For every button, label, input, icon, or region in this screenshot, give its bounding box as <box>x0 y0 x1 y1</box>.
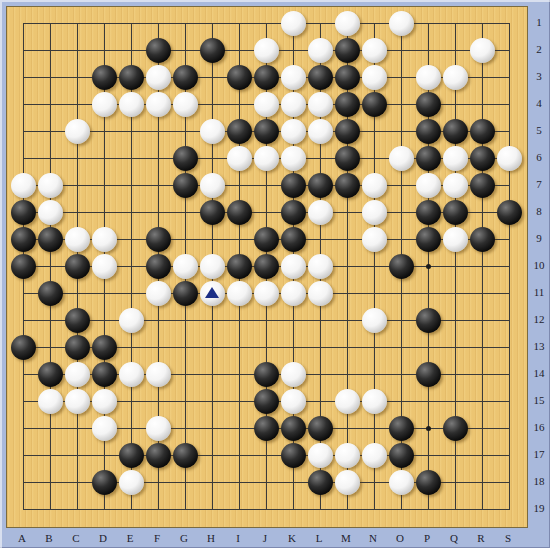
intersection-F1[interactable] <box>145 10 172 37</box>
intersection-E14[interactable] <box>118 361 145 388</box>
intersection-K5[interactable] <box>280 118 307 145</box>
intersection-J8[interactable] <box>253 199 280 226</box>
intersection-K19[interactable] <box>280 496 307 523</box>
intersection-O1[interactable] <box>388 10 415 37</box>
intersection-L10[interactable] <box>307 253 334 280</box>
intersection-H15[interactable] <box>199 388 226 415</box>
intersection-J2[interactable] <box>253 37 280 64</box>
intersection-C2[interactable] <box>64 37 91 64</box>
intersection-E15[interactable] <box>118 388 145 415</box>
intersection-N15[interactable] <box>361 388 388 415</box>
intersection-J7[interactable] <box>253 172 280 199</box>
intersection-L18[interactable] <box>307 469 334 496</box>
intersection-C16[interactable] <box>64 415 91 442</box>
intersection-R11[interactable] <box>469 280 496 307</box>
intersection-H18[interactable] <box>199 469 226 496</box>
intersection-O10[interactable] <box>388 253 415 280</box>
intersection-S19[interactable] <box>496 496 523 523</box>
intersection-R17[interactable] <box>469 442 496 469</box>
intersection-F13[interactable] <box>145 334 172 361</box>
intersection-P16[interactable] <box>415 415 442 442</box>
intersection-M1[interactable] <box>334 10 361 37</box>
intersection-J4[interactable] <box>253 91 280 118</box>
intersection-C8[interactable] <box>64 199 91 226</box>
intersection-L1[interactable] <box>307 10 334 37</box>
intersection-G3[interactable] <box>172 64 199 91</box>
intersection-N19[interactable] <box>361 496 388 523</box>
intersection-F5[interactable] <box>145 118 172 145</box>
intersection-F4[interactable] <box>145 91 172 118</box>
intersection-E3[interactable] <box>118 64 145 91</box>
intersection-K8[interactable] <box>280 199 307 226</box>
intersection-M7[interactable] <box>334 172 361 199</box>
intersection-E5[interactable] <box>118 118 145 145</box>
intersection-H6[interactable] <box>199 145 226 172</box>
intersection-J19[interactable] <box>253 496 280 523</box>
intersection-G2[interactable] <box>172 37 199 64</box>
intersection-G19[interactable] <box>172 496 199 523</box>
intersection-N8[interactable] <box>361 199 388 226</box>
intersection-F19[interactable] <box>145 496 172 523</box>
intersection-P11[interactable] <box>415 280 442 307</box>
intersection-H8[interactable] <box>199 199 226 226</box>
intersection-K4[interactable] <box>280 91 307 118</box>
intersection-K9[interactable] <box>280 226 307 253</box>
intersection-A18[interactable] <box>10 469 37 496</box>
intersection-P3[interactable] <box>415 64 442 91</box>
intersection-S10[interactable] <box>496 253 523 280</box>
intersection-L5[interactable] <box>307 118 334 145</box>
intersection-I4[interactable] <box>226 91 253 118</box>
intersection-H13[interactable] <box>199 334 226 361</box>
intersection-A3[interactable] <box>10 64 37 91</box>
intersection-K16[interactable] <box>280 415 307 442</box>
intersection-C11[interactable] <box>64 280 91 307</box>
intersection-J6[interactable] <box>253 145 280 172</box>
intersection-L4[interactable] <box>307 91 334 118</box>
intersection-D4[interactable] <box>91 91 118 118</box>
intersection-J9[interactable] <box>253 226 280 253</box>
intersection-J10[interactable] <box>253 253 280 280</box>
intersection-K10[interactable] <box>280 253 307 280</box>
intersection-M5[interactable] <box>334 118 361 145</box>
intersection-Q13[interactable] <box>442 334 469 361</box>
intersection-R7[interactable] <box>469 172 496 199</box>
intersection-N11[interactable] <box>361 280 388 307</box>
intersection-A7[interactable] <box>10 172 37 199</box>
intersection-N7[interactable] <box>361 172 388 199</box>
intersection-C10[interactable] <box>64 253 91 280</box>
intersection-R18[interactable] <box>469 469 496 496</box>
intersection-Q6[interactable] <box>442 145 469 172</box>
intersection-R4[interactable] <box>469 91 496 118</box>
intersection-I6[interactable] <box>226 145 253 172</box>
intersection-D3[interactable] <box>91 64 118 91</box>
intersection-N17[interactable] <box>361 442 388 469</box>
intersection-K15[interactable] <box>280 388 307 415</box>
intersection-F15[interactable] <box>145 388 172 415</box>
intersection-S6[interactable] <box>496 145 523 172</box>
intersection-I14[interactable] <box>226 361 253 388</box>
intersection-A5[interactable] <box>10 118 37 145</box>
intersection-R13[interactable] <box>469 334 496 361</box>
intersection-J12[interactable] <box>253 307 280 334</box>
intersection-L11[interactable] <box>307 280 334 307</box>
intersection-G9[interactable] <box>172 226 199 253</box>
intersection-E16[interactable] <box>118 415 145 442</box>
intersection-J17[interactable] <box>253 442 280 469</box>
intersection-Q16[interactable] <box>442 415 469 442</box>
intersection-B7[interactable] <box>37 172 64 199</box>
intersection-F18[interactable] <box>145 469 172 496</box>
intersection-E7[interactable] <box>118 172 145 199</box>
intersection-K14[interactable] <box>280 361 307 388</box>
intersection-H7[interactable] <box>199 172 226 199</box>
intersection-Q19[interactable] <box>442 496 469 523</box>
intersection-D17[interactable] <box>91 442 118 469</box>
intersection-N3[interactable] <box>361 64 388 91</box>
intersection-K2[interactable] <box>280 37 307 64</box>
intersection-A11[interactable] <box>10 280 37 307</box>
intersection-P7[interactable] <box>415 172 442 199</box>
intersection-D19[interactable] <box>91 496 118 523</box>
intersection-D9[interactable] <box>91 226 118 253</box>
intersection-P2[interactable] <box>415 37 442 64</box>
intersection-D13[interactable] <box>91 334 118 361</box>
intersection-L19[interactable] <box>307 496 334 523</box>
intersection-S17[interactable] <box>496 442 523 469</box>
intersection-G7[interactable] <box>172 172 199 199</box>
intersection-S1[interactable] <box>496 10 523 37</box>
intersection-I8[interactable] <box>226 199 253 226</box>
intersection-A12[interactable] <box>10 307 37 334</box>
intersection-F16[interactable] <box>145 415 172 442</box>
intersection-J1[interactable] <box>253 10 280 37</box>
intersection-N1[interactable] <box>361 10 388 37</box>
intersection-D11[interactable] <box>91 280 118 307</box>
intersection-O18[interactable] <box>388 469 415 496</box>
intersection-C4[interactable] <box>64 91 91 118</box>
intersection-M3[interactable] <box>334 64 361 91</box>
intersection-I12[interactable] <box>226 307 253 334</box>
intersection-M9[interactable] <box>334 226 361 253</box>
intersection-N6[interactable] <box>361 145 388 172</box>
intersection-N10[interactable] <box>361 253 388 280</box>
intersection-H16[interactable] <box>199 415 226 442</box>
intersection-R6[interactable] <box>469 145 496 172</box>
intersection-O5[interactable] <box>388 118 415 145</box>
intersection-N14[interactable] <box>361 361 388 388</box>
intersection-A9[interactable] <box>10 226 37 253</box>
intersection-J13[interactable] <box>253 334 280 361</box>
intersection-O14[interactable] <box>388 361 415 388</box>
intersection-O4[interactable] <box>388 91 415 118</box>
intersection-K7[interactable] <box>280 172 307 199</box>
intersection-L2[interactable] <box>307 37 334 64</box>
intersection-P1[interactable] <box>415 10 442 37</box>
intersection-K6[interactable] <box>280 145 307 172</box>
intersection-C14[interactable] <box>64 361 91 388</box>
intersection-I3[interactable] <box>226 64 253 91</box>
intersection-G13[interactable] <box>172 334 199 361</box>
intersection-R9[interactable] <box>469 226 496 253</box>
intersection-S9[interactable] <box>496 226 523 253</box>
intersection-G17[interactable] <box>172 442 199 469</box>
intersection-S13[interactable] <box>496 334 523 361</box>
intersection-G6[interactable] <box>172 145 199 172</box>
intersection-E11[interactable] <box>118 280 145 307</box>
intersection-J15[interactable] <box>253 388 280 415</box>
intersection-L16[interactable] <box>307 415 334 442</box>
intersection-H3[interactable] <box>199 64 226 91</box>
intersection-R5[interactable] <box>469 118 496 145</box>
intersection-S8[interactable] <box>496 199 523 226</box>
intersection-H5[interactable] <box>199 118 226 145</box>
intersection-K3[interactable] <box>280 64 307 91</box>
intersection-C15[interactable] <box>64 388 91 415</box>
intersection-O16[interactable] <box>388 415 415 442</box>
intersection-G12[interactable] <box>172 307 199 334</box>
intersection-L9[interactable] <box>307 226 334 253</box>
intersection-D5[interactable] <box>91 118 118 145</box>
intersection-L17[interactable] <box>307 442 334 469</box>
intersection-B13[interactable] <box>37 334 64 361</box>
intersection-S3[interactable] <box>496 64 523 91</box>
intersection-B12[interactable] <box>37 307 64 334</box>
intersection-M18[interactable] <box>334 469 361 496</box>
intersection-S18[interactable] <box>496 469 523 496</box>
intersection-Q14[interactable] <box>442 361 469 388</box>
intersection-C19[interactable] <box>64 496 91 523</box>
intersection-M4[interactable] <box>334 91 361 118</box>
intersection-F6[interactable] <box>145 145 172 172</box>
intersection-R12[interactable] <box>469 307 496 334</box>
intersection-P19[interactable] <box>415 496 442 523</box>
intersection-I1[interactable] <box>226 10 253 37</box>
intersection-A15[interactable] <box>10 388 37 415</box>
intersection-G18[interactable] <box>172 469 199 496</box>
intersection-S16[interactable] <box>496 415 523 442</box>
intersection-H11[interactable] <box>199 280 226 307</box>
intersection-B16[interactable] <box>37 415 64 442</box>
intersection-G4[interactable] <box>172 91 199 118</box>
intersection-G15[interactable] <box>172 388 199 415</box>
intersection-A14[interactable] <box>10 361 37 388</box>
intersection-B18[interactable] <box>37 469 64 496</box>
intersection-M14[interactable] <box>334 361 361 388</box>
intersection-L7[interactable] <box>307 172 334 199</box>
intersection-O12[interactable] <box>388 307 415 334</box>
intersection-E4[interactable] <box>118 91 145 118</box>
intersection-B1[interactable] <box>37 10 64 37</box>
intersection-B4[interactable] <box>37 91 64 118</box>
intersection-M13[interactable] <box>334 334 361 361</box>
intersection-Q7[interactable] <box>442 172 469 199</box>
intersection-D10[interactable] <box>91 253 118 280</box>
intersection-S2[interactable] <box>496 37 523 64</box>
intersection-C6[interactable] <box>64 145 91 172</box>
intersection-Q1[interactable] <box>442 10 469 37</box>
intersection-N12[interactable] <box>361 307 388 334</box>
intersection-E13[interactable] <box>118 334 145 361</box>
intersection-M6[interactable] <box>334 145 361 172</box>
intersection-P5[interactable] <box>415 118 442 145</box>
intersection-P18[interactable] <box>415 469 442 496</box>
intersection-L12[interactable] <box>307 307 334 334</box>
intersection-F11[interactable] <box>145 280 172 307</box>
intersection-S12[interactable] <box>496 307 523 334</box>
intersection-Q9[interactable] <box>442 226 469 253</box>
intersection-G14[interactable] <box>172 361 199 388</box>
intersection-S5[interactable] <box>496 118 523 145</box>
intersection-M12[interactable] <box>334 307 361 334</box>
intersection-F8[interactable] <box>145 199 172 226</box>
intersection-D7[interactable] <box>91 172 118 199</box>
intersection-A19[interactable] <box>10 496 37 523</box>
intersection-J11[interactable] <box>253 280 280 307</box>
intersection-G1[interactable] <box>172 10 199 37</box>
intersection-Q11[interactable] <box>442 280 469 307</box>
intersection-C5[interactable] <box>64 118 91 145</box>
intersection-M19[interactable] <box>334 496 361 523</box>
intersection-Q3[interactable] <box>442 64 469 91</box>
intersection-A17[interactable] <box>10 442 37 469</box>
intersection-L8[interactable] <box>307 199 334 226</box>
intersection-R19[interactable] <box>469 496 496 523</box>
intersection-I9[interactable] <box>226 226 253 253</box>
intersection-J5[interactable] <box>253 118 280 145</box>
intersection-E17[interactable] <box>118 442 145 469</box>
intersection-H17[interactable] <box>199 442 226 469</box>
intersection-O17[interactable] <box>388 442 415 469</box>
intersection-N9[interactable] <box>361 226 388 253</box>
intersection-F2[interactable] <box>145 37 172 64</box>
intersection-N5[interactable] <box>361 118 388 145</box>
intersection-H1[interactable] <box>199 10 226 37</box>
intersection-Q10[interactable] <box>442 253 469 280</box>
intersection-D8[interactable] <box>91 199 118 226</box>
intersection-M11[interactable] <box>334 280 361 307</box>
intersection-R8[interactable] <box>469 199 496 226</box>
intersection-P15[interactable] <box>415 388 442 415</box>
intersection-H2[interactable] <box>199 37 226 64</box>
intersection-E18[interactable] <box>118 469 145 496</box>
intersection-R2[interactable] <box>469 37 496 64</box>
intersection-N16[interactable] <box>361 415 388 442</box>
intersection-C7[interactable] <box>64 172 91 199</box>
intersection-G10[interactable] <box>172 253 199 280</box>
intersection-K1[interactable] <box>280 10 307 37</box>
intersection-G16[interactable] <box>172 415 199 442</box>
intersection-J3[interactable] <box>253 64 280 91</box>
intersection-O3[interactable] <box>388 64 415 91</box>
intersection-P14[interactable] <box>415 361 442 388</box>
intersection-R3[interactable] <box>469 64 496 91</box>
intersection-G5[interactable] <box>172 118 199 145</box>
intersection-M15[interactable] <box>334 388 361 415</box>
intersection-E12[interactable] <box>118 307 145 334</box>
intersection-M8[interactable] <box>334 199 361 226</box>
intersection-C17[interactable] <box>64 442 91 469</box>
intersection-O15[interactable] <box>388 388 415 415</box>
intersection-A4[interactable] <box>10 91 37 118</box>
intersection-H9[interactable] <box>199 226 226 253</box>
intersection-M10[interactable] <box>334 253 361 280</box>
intersection-F12[interactable] <box>145 307 172 334</box>
intersection-S11[interactable] <box>496 280 523 307</box>
intersection-A8[interactable] <box>10 199 37 226</box>
intersection-D18[interactable] <box>91 469 118 496</box>
intersection-R15[interactable] <box>469 388 496 415</box>
intersection-Q12[interactable] <box>442 307 469 334</box>
intersection-P6[interactable] <box>415 145 442 172</box>
intersection-G11[interactable] <box>172 280 199 307</box>
intersection-Q4[interactable] <box>442 91 469 118</box>
intersection-R16[interactable] <box>469 415 496 442</box>
intersection-M16[interactable] <box>334 415 361 442</box>
intersection-B5[interactable] <box>37 118 64 145</box>
intersection-M2[interactable] <box>334 37 361 64</box>
intersection-I10[interactable] <box>226 253 253 280</box>
intersection-O6[interactable] <box>388 145 415 172</box>
intersection-L14[interactable] <box>307 361 334 388</box>
intersection-L15[interactable] <box>307 388 334 415</box>
intersection-B17[interactable] <box>37 442 64 469</box>
intersection-D16[interactable] <box>91 415 118 442</box>
intersection-E19[interactable] <box>118 496 145 523</box>
intersection-F14[interactable] <box>145 361 172 388</box>
intersection-F10[interactable] <box>145 253 172 280</box>
intersection-I15[interactable] <box>226 388 253 415</box>
intersection-Q2[interactable] <box>442 37 469 64</box>
intersection-B10[interactable] <box>37 253 64 280</box>
intersection-N18[interactable] <box>361 469 388 496</box>
intersection-I16[interactable] <box>226 415 253 442</box>
intersection-R1[interactable] <box>469 10 496 37</box>
intersection-D14[interactable] <box>91 361 118 388</box>
intersection-E2[interactable] <box>118 37 145 64</box>
intersection-I18[interactable] <box>226 469 253 496</box>
intersection-C12[interactable] <box>64 307 91 334</box>
intersection-K11[interactable] <box>280 280 307 307</box>
intersection-I2[interactable] <box>226 37 253 64</box>
intersection-C13[interactable] <box>64 334 91 361</box>
intersection-S14[interactable] <box>496 361 523 388</box>
intersection-G8[interactable] <box>172 199 199 226</box>
intersection-C1[interactable] <box>64 10 91 37</box>
intersection-P10[interactable] <box>415 253 442 280</box>
intersection-E9[interactable] <box>118 226 145 253</box>
intersection-J14[interactable] <box>253 361 280 388</box>
intersection-D12[interactable] <box>91 307 118 334</box>
intersection-J18[interactable] <box>253 469 280 496</box>
intersection-E1[interactable] <box>118 10 145 37</box>
intersection-B2[interactable] <box>37 37 64 64</box>
intersection-N13[interactable] <box>361 334 388 361</box>
intersection-A1[interactable] <box>10 10 37 37</box>
intersection-E6[interactable] <box>118 145 145 172</box>
intersection-P4[interactable] <box>415 91 442 118</box>
intersection-B11[interactable] <box>37 280 64 307</box>
intersection-B15[interactable] <box>37 388 64 415</box>
intersection-B6[interactable] <box>37 145 64 172</box>
intersection-I11[interactable] <box>226 280 253 307</box>
intersection-P8[interactable] <box>415 199 442 226</box>
intersection-Q8[interactable] <box>442 199 469 226</box>
intersection-P9[interactable] <box>415 226 442 253</box>
intersection-B9[interactable] <box>37 226 64 253</box>
intersection-L13[interactable] <box>307 334 334 361</box>
